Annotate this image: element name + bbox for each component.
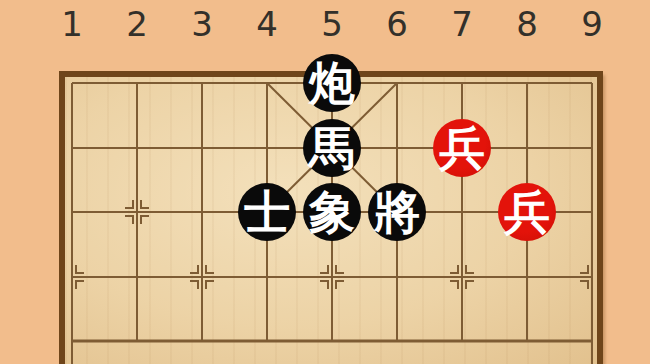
piece-black-advisor[interactable]: 士 bbox=[238, 183, 296, 241]
piece-glyph: 炮 bbox=[309, 54, 355, 112]
file-number-5: 5 bbox=[310, 6, 354, 42]
piece-black-elephant[interactable]: 象 bbox=[303, 183, 361, 241]
screenshot-root: 123456789 炮馬兵士象將兵 bbox=[0, 0, 650, 364]
piece-black-general[interactable]: 將 bbox=[368, 183, 426, 241]
file-number-8: 8 bbox=[505, 6, 549, 42]
file-number-4: 4 bbox=[245, 6, 289, 42]
piece-glyph: 象 bbox=[309, 183, 355, 241]
piece-glyph: 士 bbox=[244, 183, 290, 241]
file-number-1: 1 bbox=[50, 6, 94, 42]
file-number-9: 9 bbox=[570, 6, 614, 42]
piece-red-soldier-2[interactable]: 兵 bbox=[498, 183, 556, 241]
file-number-7: 7 bbox=[440, 6, 484, 42]
file-number-2: 2 bbox=[115, 6, 159, 42]
file-number-3: 3 bbox=[180, 6, 224, 42]
file-number-6: 6 bbox=[375, 6, 419, 42]
piece-black-cannon[interactable]: 炮 bbox=[303, 54, 361, 112]
piece-glyph: 將 bbox=[374, 183, 420, 241]
piece-glyph: 兵 bbox=[504, 183, 550, 241]
piece-red-soldier-1[interactable]: 兵 bbox=[433, 119, 491, 177]
piece-glyph: 兵 bbox=[439, 119, 485, 177]
piece-glyph: 馬 bbox=[309, 119, 355, 177]
piece-black-horse[interactable]: 馬 bbox=[303, 119, 361, 177]
